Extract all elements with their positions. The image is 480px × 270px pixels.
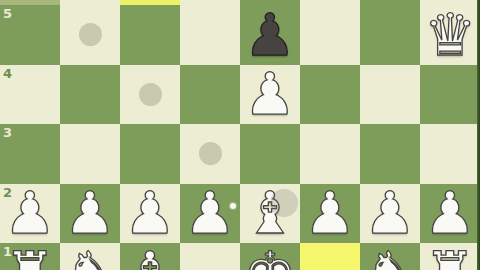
square-a2[interactable]: 2♟ — [0, 184, 60, 244]
square-c1[interactable]: ♝ — [120, 243, 180, 270]
rank-label-4: 4 — [3, 67, 12, 80]
square-b5[interactable] — [60, 5, 120, 65]
square-d3[interactable] — [180, 124, 240, 184]
square-h5[interactable]: ♛ — [420, 5, 480, 65]
square-e2[interactable]: ♝ — [240, 184, 300, 244]
square-f5[interactable] — [300, 5, 360, 65]
rank-label-2: 2 — [3, 186, 12, 199]
white-rook-piece[interactable]: ♜ — [424, 244, 476, 270]
drag-cursor-dot — [230, 203, 236, 209]
square-d4[interactable] — [180, 65, 240, 125]
square-c2[interactable]: ♟ — [120, 184, 180, 244]
white-knight-piece[interactable]: ♞ — [364, 244, 416, 270]
legal-move-dot-b5 — [79, 23, 102, 46]
board-grid: 5♟♛4♟32♟♟♟♟♝♟♟♟1♜♞♝♚♞♜ — [0, 0, 480, 270]
square-f4[interactable] — [300, 65, 360, 125]
square-g5[interactable] — [360, 5, 420, 65]
square-f1[interactable] — [300, 243, 360, 270]
white-pawn-piece[interactable]: ♟ — [64, 184, 116, 242]
rank-label-3: 3 — [3, 126, 12, 139]
square-f2[interactable]: ♟ — [300, 184, 360, 244]
white-pawn-piece[interactable]: ♟ — [184, 184, 236, 242]
square-a4[interactable]: 4 — [0, 65, 60, 125]
square-d1[interactable] — [180, 243, 240, 270]
white-pawn-piece[interactable]: ♟ — [124, 184, 176, 242]
square-d2[interactable]: ♟ — [180, 184, 240, 244]
white-pawn-piece[interactable]: ♟ — [424, 184, 476, 242]
square-h2[interactable]: ♟ — [420, 184, 480, 244]
square-a3[interactable]: 3 — [0, 124, 60, 184]
square-b1[interactable]: ♞ — [60, 243, 120, 270]
legal-move-dot-d3 — [199, 142, 222, 165]
drag-ghost — [270, 189, 298, 217]
legal-move-dot-c4 — [139, 83, 162, 106]
white-bishop-piece[interactable]: ♝ — [124, 244, 176, 270]
square-e3[interactable] — [240, 124, 300, 184]
square-g4[interactable] — [360, 65, 420, 125]
square-a1[interactable]: 1♜ — [0, 243, 60, 270]
white-pawn-piece[interactable]: ♟ — [364, 184, 416, 242]
square-c3[interactable] — [120, 124, 180, 184]
square-c5[interactable] — [120, 5, 180, 65]
square-e4[interactable]: ♟ — [240, 65, 300, 125]
square-g2[interactable]: ♟ — [360, 184, 420, 244]
square-g1[interactable]: ♞ — [360, 243, 420, 270]
square-b3[interactable] — [60, 124, 120, 184]
square-b2[interactable]: ♟ — [60, 184, 120, 244]
rank-label-5: 5 — [3, 7, 12, 20]
white-pawn-piece[interactable]: ♟ — [304, 184, 356, 242]
square-f3[interactable] — [300, 124, 360, 184]
square-g3[interactable] — [360, 124, 420, 184]
square-c4[interactable] — [120, 65, 180, 125]
square-b4[interactable] — [60, 65, 120, 125]
square-e5[interactable]: ♟ — [240, 5, 300, 65]
chess-board: 5♟♛4♟32♟♟♟♟♝♟♟♟1♜♞♝♚♞♜ — [0, 0, 480, 270]
square-d5[interactable] — [180, 5, 240, 65]
white-king-piece[interactable]: ♚ — [244, 244, 296, 270]
rank-label-1: 1 — [3, 245, 12, 258]
black-pawn-piece[interactable]: ♟ — [244, 6, 296, 64]
square-e1[interactable]: ♚ — [240, 243, 300, 270]
square-h3[interactable] — [420, 124, 480, 184]
white-queen-piece[interactable]: ♛ — [424, 6, 476, 64]
square-h4[interactable] — [420, 65, 480, 125]
square-h1[interactable]: ♜ — [420, 243, 480, 270]
square-a5[interactable]: 5 — [0, 5, 60, 65]
white-knight-piece[interactable]: ♞ — [64, 244, 116, 270]
white-pawn-piece[interactable]: ♟ — [244, 65, 296, 123]
